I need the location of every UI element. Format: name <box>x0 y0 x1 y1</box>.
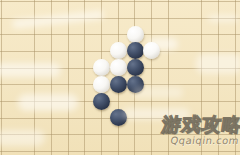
black-stone <box>110 76 127 93</box>
white-stone <box>110 42 127 59</box>
black-stone <box>127 59 144 76</box>
white-stone <box>127 26 144 43</box>
gomoku-board[interactable] <box>0 0 240 155</box>
white-stone <box>93 59 110 76</box>
white-stone <box>110 59 127 76</box>
black-stone <box>110 109 127 126</box>
black-stone <box>93 93 110 110</box>
black-stone <box>127 76 144 93</box>
black-stone <box>127 42 144 59</box>
gomoku-screenshot: 游戏攻略 Qqaiqin.com <box>0 0 240 155</box>
white-stone <box>143 42 160 59</box>
white-stone <box>93 76 110 93</box>
